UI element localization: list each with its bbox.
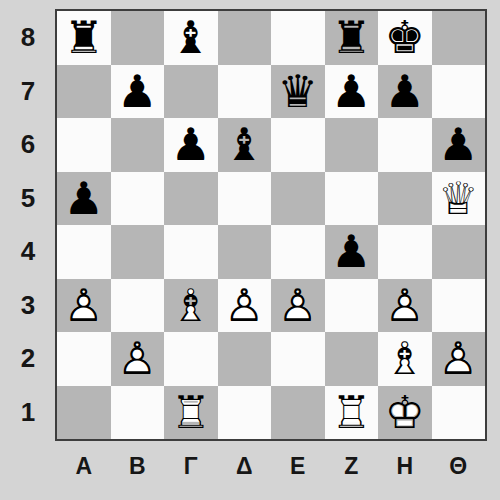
square-e5[interactable]	[271, 172, 325, 226]
square-e2[interactable]	[271, 332, 325, 386]
square-d6[interactable]: ♝	[218, 118, 272, 172]
white-pawn-fill: ♟	[218, 279, 272, 333]
square-c8[interactable]: ♝	[164, 11, 218, 65]
square-d4[interactable]	[218, 225, 272, 279]
piece-white-queen: ♕	[432, 172, 486, 226]
white-rook-fill: ♜	[164, 386, 218, 440]
square-d2[interactable]	[218, 332, 272, 386]
piece-black-bishop: ♝	[164, 11, 218, 65]
square-e7[interactable]: ♛	[271, 65, 325, 119]
square-f8[interactable]: ♜	[325, 11, 379, 65]
square-f4[interactable]: ♟	[325, 225, 379, 279]
rank-label-7: 7	[8, 65, 48, 119]
file-label-d: Δ	[218, 444, 272, 488]
square-a1[interactable]	[57, 386, 111, 440]
piece-white-pawn: ♙	[111, 332, 165, 386]
piece-black-rook: ♜	[325, 11, 379, 65]
file-label-g: Η	[378, 444, 432, 488]
piece-black-pawn: ♟	[325, 65, 379, 119]
square-g3[interactable]: ♟♙	[378, 279, 432, 333]
piece-black-pawn: ♟	[378, 65, 432, 119]
piece-white-rook: ♖	[325, 386, 379, 440]
square-g1[interactable]: ♚♔	[378, 386, 432, 440]
square-b1[interactable]	[111, 386, 165, 440]
piece-black-rook: ♜	[57, 11, 111, 65]
square-f3[interactable]	[325, 279, 379, 333]
piece-white-king: ♔	[378, 386, 432, 440]
piece-black-king: ♚	[378, 11, 432, 65]
file-label-e: Ε	[271, 444, 325, 488]
square-f2[interactable]	[325, 332, 379, 386]
square-f6[interactable]	[325, 118, 379, 172]
square-c3[interactable]: ♝♗	[164, 279, 218, 333]
square-c5[interactable]	[164, 172, 218, 226]
square-b2[interactable]: ♟♙	[111, 332, 165, 386]
square-h7[interactable]	[432, 65, 486, 119]
rank-label-2: 2	[8, 332, 48, 386]
rank-label-6: 6	[8, 118, 48, 172]
rank-label-1: 1	[8, 386, 48, 440]
square-a2[interactable]	[57, 332, 111, 386]
piece-black-pawn: ♟	[111, 65, 165, 119]
square-b4[interactable]	[111, 225, 165, 279]
square-b6[interactable]	[111, 118, 165, 172]
square-g7[interactable]: ♟	[378, 65, 432, 119]
square-c2[interactable]	[164, 332, 218, 386]
white-pawn-fill: ♟	[378, 279, 432, 333]
square-e8[interactable]	[271, 11, 325, 65]
file-label-c: Γ	[164, 444, 218, 488]
square-e6[interactable]	[271, 118, 325, 172]
rank-label-8: 8	[8, 11, 48, 65]
square-d8[interactable]	[218, 11, 272, 65]
square-h1[interactable]	[432, 386, 486, 440]
square-a6[interactable]	[57, 118, 111, 172]
piece-black-bishop: ♝	[218, 118, 272, 172]
piece-white-pawn: ♙	[218, 279, 272, 333]
square-a4[interactable]	[57, 225, 111, 279]
square-a5[interactable]: ♟	[57, 172, 111, 226]
rank-label-5: 5	[8, 172, 48, 226]
square-g4[interactable]	[378, 225, 432, 279]
piece-black-queen: ♛	[271, 65, 325, 119]
square-g2[interactable]: ♝♗	[378, 332, 432, 386]
white-king-fill: ♚	[378, 386, 432, 440]
file-label-a: Α	[57, 444, 111, 488]
rank-label-3: 3	[8, 279, 48, 333]
square-h2[interactable]: ♟♙	[432, 332, 486, 386]
file-labels: ΑΒΓΔΕΖΗΘ	[57, 444, 485, 488]
piece-black-pawn: ♟	[164, 118, 218, 172]
white-queen-fill: ♛	[432, 172, 486, 226]
square-e3[interactable]: ♟♙	[271, 279, 325, 333]
square-g5[interactable]	[378, 172, 432, 226]
square-h6[interactable]: ♟	[432, 118, 486, 172]
piece-black-pawn: ♟	[432, 118, 486, 172]
rank-label-4: 4	[8, 225, 48, 279]
square-a8[interactable]: ♜	[57, 11, 111, 65]
piece-white-pawn: ♙	[432, 332, 486, 386]
chess-board: ♜♝♜♚♟♛♟♟♟♝♟♟♛♕♟♟♙♝♗♟♙♟♙♟♙♟♙♝♗♟♙♜♖♜♖♚♔	[55, 9, 487, 441]
square-g6[interactable]	[378, 118, 432, 172]
square-h3[interactable]	[432, 279, 486, 333]
square-a7[interactable]	[57, 65, 111, 119]
square-b7[interactable]: ♟	[111, 65, 165, 119]
white-rook-fill: ♜	[325, 386, 379, 440]
square-c1[interactable]: ♜♖	[164, 386, 218, 440]
square-h8[interactable]	[432, 11, 486, 65]
square-f5[interactable]	[325, 172, 379, 226]
square-a3[interactable]: ♟♙	[57, 279, 111, 333]
square-d5[interactable]	[218, 172, 272, 226]
square-g8[interactable]: ♚	[378, 11, 432, 65]
rank-labels: 87654321	[8, 11, 48, 439]
square-d7[interactable]	[218, 65, 272, 119]
square-b3[interactable]	[111, 279, 165, 333]
square-e1[interactable]	[271, 386, 325, 440]
piece-white-pawn: ♙	[378, 279, 432, 333]
square-h4[interactable]	[432, 225, 486, 279]
piece-black-pawn: ♟	[325, 225, 379, 279]
square-h5[interactable]: ♛♕	[432, 172, 486, 226]
file-label-h: Θ	[432, 444, 486, 488]
square-b8[interactable]	[111, 11, 165, 65]
square-b5[interactable]	[111, 172, 165, 226]
white-pawn-fill: ♟	[271, 279, 325, 333]
piece-white-pawn: ♙	[57, 279, 111, 333]
file-label-b: Β	[111, 444, 165, 488]
white-bishop-fill: ♝	[164, 279, 218, 333]
chess-diagram: 87654321 ♜♝♜♚♟♛♟♟♟♝♟♟♛♕♟♟♙♝♗♟♙♟♙♟♙♟♙♝♗♟♙…	[0, 0, 500, 500]
white-pawn-fill: ♟	[111, 332, 165, 386]
square-d1[interactable]	[218, 386, 272, 440]
square-d3[interactable]: ♟♙	[218, 279, 272, 333]
square-f7[interactable]: ♟	[325, 65, 379, 119]
white-bishop-fill: ♝	[378, 332, 432, 386]
piece-white-bishop: ♗	[164, 279, 218, 333]
square-c4[interactable]	[164, 225, 218, 279]
file-label-f: Ζ	[325, 444, 379, 488]
piece-white-pawn: ♙	[271, 279, 325, 333]
square-c6[interactable]: ♟	[164, 118, 218, 172]
square-e4[interactable]	[271, 225, 325, 279]
white-pawn-fill: ♟	[432, 332, 486, 386]
piece-white-bishop: ♗	[378, 332, 432, 386]
white-pawn-fill: ♟	[57, 279, 111, 333]
square-f1[interactable]: ♜♖	[325, 386, 379, 440]
square-c7[interactable]	[164, 65, 218, 119]
piece-black-pawn: ♟	[57, 172, 111, 226]
piece-white-rook: ♖	[164, 386, 218, 440]
